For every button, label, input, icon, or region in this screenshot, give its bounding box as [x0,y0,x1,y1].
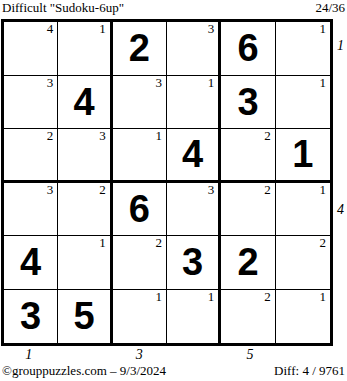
row-labels: 1 4 [334,19,347,346]
given-number: 4 [167,129,218,180]
cell-r1c2[interactable]: 1 [58,22,112,76]
col-labels: 1 3 5 [1,347,333,363]
given-number: 5 [58,290,109,344]
cell-r3c4[interactable]: 4 [167,129,221,183]
cell-r2c4[interactable]: 1 [167,76,221,130]
corner-mark: 1 [208,76,215,90]
cell-r2c5[interactable]: 3 [221,76,275,130]
given-number: 1 [276,129,330,180]
corner-mark: 2 [264,290,271,304]
col-label-3: 3 [112,347,167,363]
cell-r4c6[interactable]: 1 [276,183,330,237]
cell-r6c1[interactable]: 3 [4,290,58,344]
cell-r3c2[interactable]: 3 [58,129,112,183]
corner-mark: 2 [319,236,326,250]
cell-r6c4[interactable]: 1 [167,290,221,344]
cell-r5c1[interactable]: 4 [4,236,58,290]
given-number: 6 [113,183,166,236]
cell-r2c6[interactable]: 1 [276,76,330,130]
col-label-6 [278,347,333,363]
given-number: 3 [167,236,218,289]
cell-r2c3[interactable]: 3 [113,76,167,130]
header: Difficult "Sudoku-6up" 24/36 [2,1,345,15]
corner-mark: 1 [319,22,326,36]
cell-r5c2[interactable]: 1 [58,236,112,290]
footer: ©grouppuzzles.com – 9/3/2024 Diff: 4 / 9… [2,364,345,378]
cell-r3c5[interactable]: 2 [221,129,275,183]
corner-mark: 1 [319,183,326,197]
cell-r1c3[interactable]: 2 [113,22,167,76]
corner-mark: 1 [155,290,162,304]
corner-mark: 2 [264,183,271,197]
cell-r5c6[interactable]: 2 [276,236,330,290]
cell-r6c3[interactable]: 1 [113,290,167,344]
corner-mark: 4 [47,22,54,36]
given-number: 4 [4,236,57,289]
row-label-6 [334,292,347,347]
cell-r5c5[interactable]: 2 [221,236,275,290]
row-label-5 [334,237,347,292]
corner-mark: 3 [47,76,54,90]
board: 412361343131231421326321412322351121 [1,19,333,346]
corner-mark: 3 [208,183,215,197]
cell-r4c1[interactable]: 3 [4,183,58,237]
cell-r6c6[interactable]: 1 [276,290,330,344]
cell-r6c2[interactable]: 5 [58,290,112,344]
given-number: 4 [58,76,109,129]
corner-mark: 1 [99,236,106,250]
cell-r5c3[interactable]: 2 [113,236,167,290]
corner-mark: 3 [208,22,215,36]
given-number: 3 [221,76,274,129]
corner-mark: 1 [99,22,106,36]
given-number: 2 [221,236,274,289]
corner-mark: 1 [319,290,326,304]
cell-r3c6[interactable]: 1 [276,129,330,183]
col-label-1: 1 [1,347,56,363]
puzzle-page: Difficult "Sudoku-6up" 24/36 41236134313… [0,0,347,381]
col-label-2 [56,347,111,363]
cell-r1c6[interactable]: 1 [276,22,330,76]
row-label-4: 4 [334,183,347,238]
corner-mark: 1 [155,129,162,143]
row-label-1: 1 [334,19,347,74]
cell-r3c1[interactable]: 2 [4,129,58,183]
page-title: Difficult "Sudoku-6up" [2,1,124,15]
corner-mark: 3 [47,183,54,197]
row-label-3 [334,128,347,183]
cell-r1c5[interactable]: 6 [221,22,275,76]
cells-remaining-counter: 24/36 [315,1,345,15]
col-label-5: 5 [222,347,277,363]
given-number: 2 [113,22,166,75]
corner-mark: 1 [319,76,326,90]
cell-r1c4[interactable]: 3 [167,22,221,76]
corner-mark: 2 [47,129,54,143]
corner-mark: 2 [155,236,162,250]
col-label-4 [167,347,222,363]
cell-r6c5[interactable]: 2 [221,290,275,344]
cell-r2c2[interactable]: 4 [58,76,112,130]
given-number: 6 [221,22,274,75]
cell-r2c1[interactable]: 3 [4,76,58,130]
corner-mark: 3 [155,76,162,90]
corner-mark: 2 [99,183,106,197]
cell-r4c2[interactable]: 2 [58,183,112,237]
given-number: 3 [4,290,57,344]
copyright-text: ©grouppuzzles.com – 9/3/2024 [2,364,166,378]
corner-mark: 1 [208,290,215,304]
row-label-2 [334,74,347,129]
cell-r4c4[interactable]: 3 [167,183,221,237]
corner-mark: 3 [99,129,106,143]
cell-r4c3[interactable]: 6 [113,183,167,237]
difficulty-text: Diff: 4 / 9761 [274,364,345,378]
corner-mark: 2 [264,129,271,143]
cell-r1c1[interactable]: 4 [4,22,58,76]
cell-r4c5[interactable]: 2 [221,183,275,237]
cell-r5c4[interactable]: 3 [167,236,221,290]
cell-r3c3[interactable]: 1 [113,129,167,183]
